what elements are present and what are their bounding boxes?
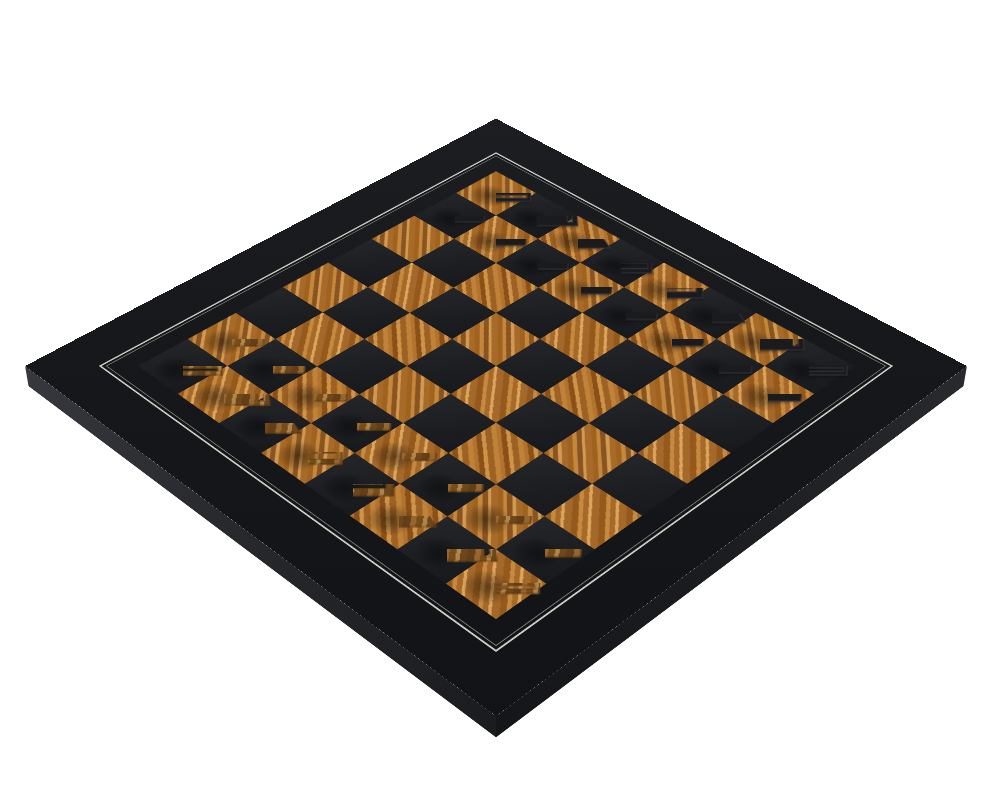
chessboard: ♜♞♝♛♚♝♞♜♟♟♟♟♟♟♟♟♟♟♟♟♟♟♟♟♜♞♝♛♚♝♞♜ [25, 119, 967, 717]
product-photo-scene: ♜♞♝♛♚♝♞♜♟♟♟♟♟♟♟♟♟♟♟♟♟♟♟♟♜♞♝♛♚♝♞♜ [0, 0, 1000, 800]
